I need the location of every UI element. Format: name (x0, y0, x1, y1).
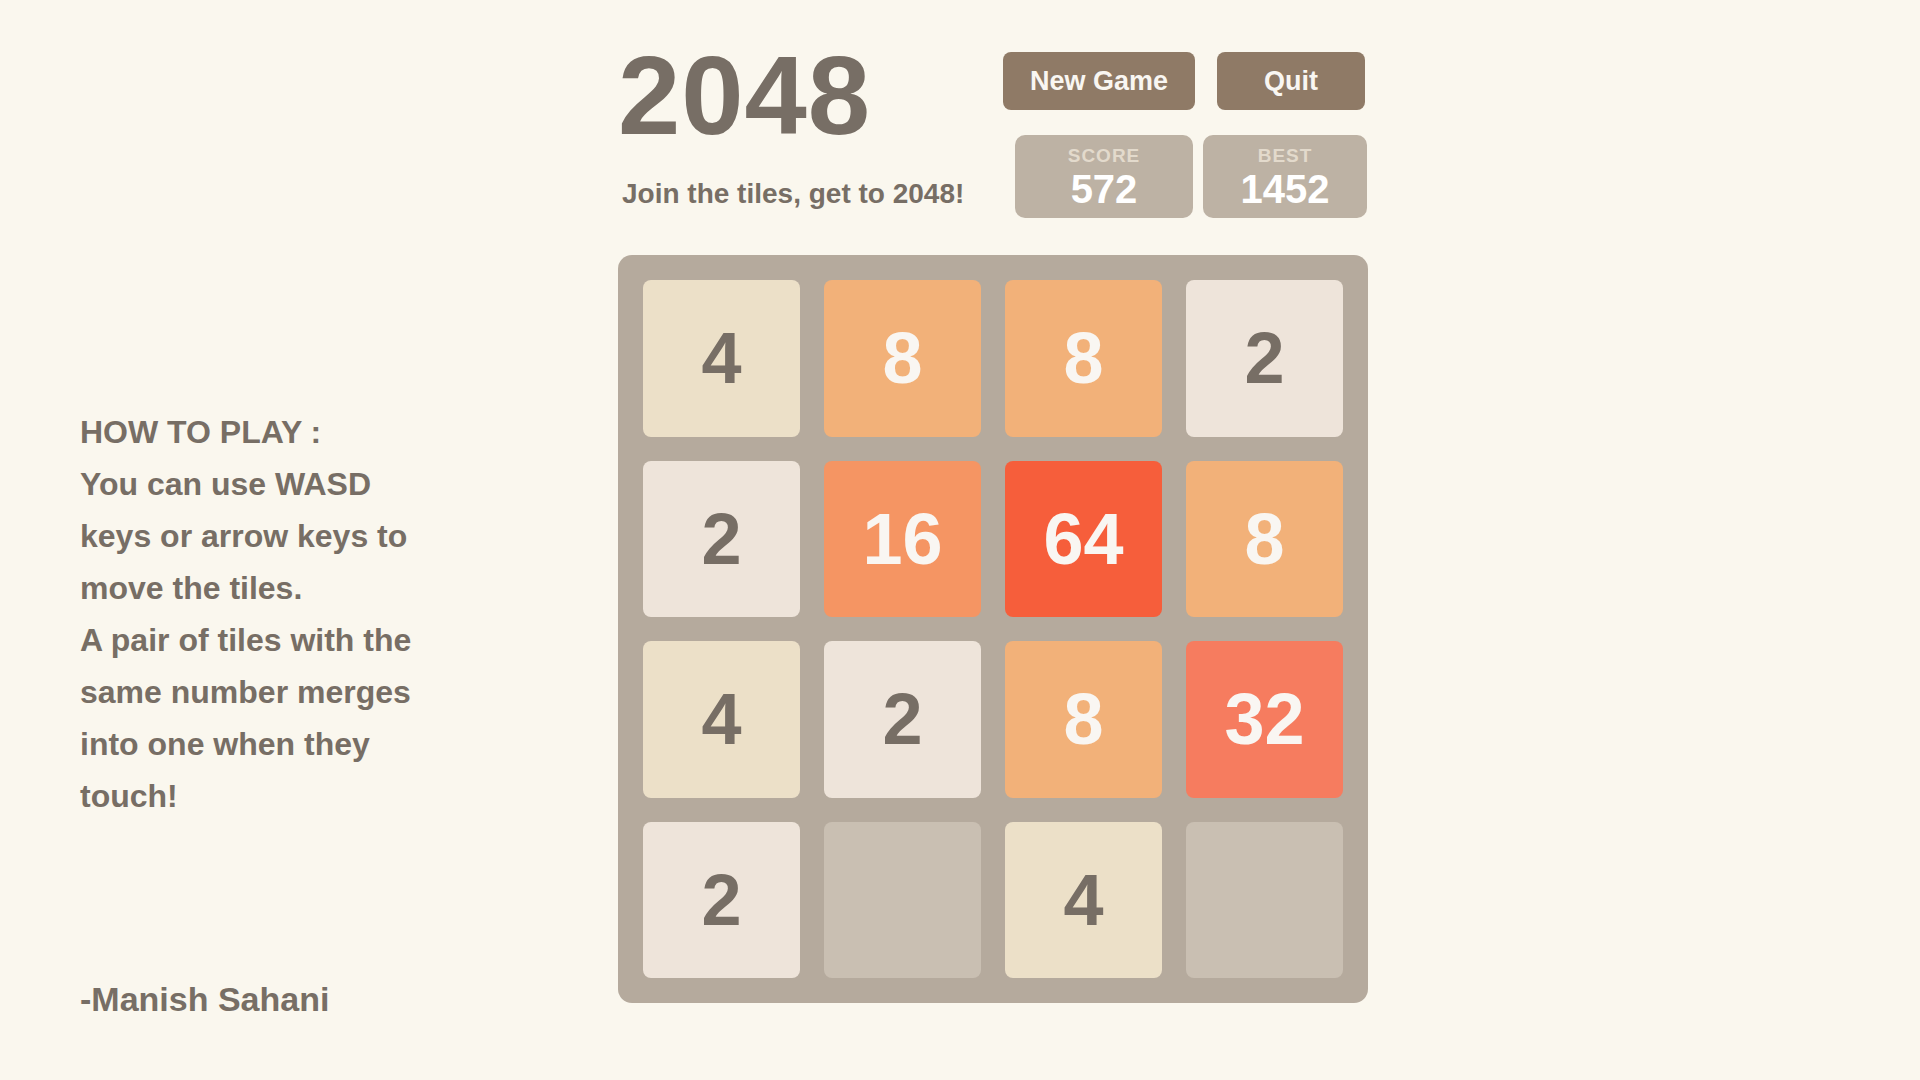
empty-cell (824, 822, 981, 979)
how-to-play-text: HOW TO PLAY : You can use WASD keys or a… (80, 406, 411, 822)
tile-2: 2 (824, 641, 981, 798)
game-title: 2048 (618, 40, 871, 152)
best-label: BEST (1258, 145, 1313, 167)
page: 2048 Join the tiles, get to 2048! New Ga… (0, 0, 1920, 1080)
subtitle-text: Join the tiles, get to (622, 178, 893, 209)
author-signature: -Manish Sahani (80, 980, 329, 1019)
tile-2: 2 (1186, 280, 1343, 437)
tile-2: 2 (643, 461, 800, 618)
best-box: BEST 1452 (1203, 135, 1367, 218)
tile-2: 2 (643, 822, 800, 979)
tile-8: 8 (1186, 461, 1343, 618)
score-label: SCORE (1068, 145, 1141, 167)
score-value: 572 (1071, 169, 1138, 209)
game-subtitle: Join the tiles, get to 2048! (622, 178, 964, 210)
empty-cell (1186, 822, 1343, 979)
tile-8: 8 (824, 280, 981, 437)
tile-4: 4 (1005, 822, 1162, 979)
tile-8: 8 (1005, 280, 1162, 437)
tile-32: 32 (1186, 641, 1343, 798)
new-game-button[interactable]: New Game (1003, 52, 1195, 110)
tile-4: 4 (643, 641, 800, 798)
board-grid[interactable]: 48822166484283224 (618, 255, 1368, 1003)
subtitle-goal: 2048! (893, 178, 965, 209)
tile-64: 64 (1005, 461, 1162, 618)
tile-4: 4 (643, 280, 800, 437)
best-value: 1452 (1241, 169, 1330, 209)
quit-button[interactable]: Quit (1217, 52, 1365, 110)
score-box: SCORE 572 (1015, 135, 1193, 218)
tile-16: 16 (824, 461, 981, 618)
tile-8: 8 (1005, 641, 1162, 798)
